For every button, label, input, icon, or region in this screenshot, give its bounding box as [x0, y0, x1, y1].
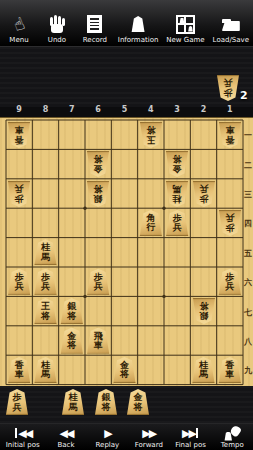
toolbar-button-label: Load/Save: [213, 36, 249, 44]
shogi-piece-桂馬[interactable]: 桂馬: [61, 389, 85, 415]
file-label: 2: [194, 105, 214, 114]
bottom-toolbar: ◀◀Initial pos◀◀Back▶Replay▶▶Forward▶▶Fin…: [0, 423, 253, 450]
toolbar-button-label: Information: [118, 36, 159, 44]
information-button[interactable]: Information: [118, 13, 159, 44]
shogi-app: ☝MenuUndoRecordInformationNew GameLoad/S…: [0, 0, 253, 450]
shogi-piece-金将[interactable]: 金将: [126, 389, 150, 415]
record-button[interactable]: Record: [80, 13, 110, 44]
toolbar-button-label: Back: [58, 441, 75, 449]
file-label: 1: [220, 105, 240, 114]
file-label: 5: [115, 105, 135, 114]
initial-pos-button[interactable]: ◀◀Initial pos: [6, 426, 40, 449]
file-label: 4: [141, 105, 161, 114]
toolbar-button-label: Menu: [9, 36, 28, 44]
rank-label: 九: [243, 365, 253, 376]
rewind-icon: ◀◀: [60, 426, 73, 440]
file-coordinates: 987654321: [0, 105, 253, 117]
rank-label: 二: [243, 160, 253, 171]
replay-button[interactable]: ▶Replay: [92, 426, 122, 449]
rank-label: 五: [243, 248, 253, 259]
top-toolbar: ☝MenuUndoRecordInformationNew GameLoad/S…: [0, 0, 253, 47]
tempo-hand-icon: [224, 426, 240, 440]
captured-count: 2: [240, 89, 248, 102]
file-label: 3: [167, 105, 187, 114]
undo-icon: [49, 13, 65, 35]
toolbar-button-label: Record: [83, 36, 107, 44]
record-icon: [87, 13, 102, 35]
fast-forward-icon: ▶▶: [142, 426, 155, 440]
back-button[interactable]: ◀◀Back: [51, 426, 81, 449]
new-game-icon: [176, 13, 195, 35]
toolbar-button-label: Undo: [48, 36, 66, 44]
toolbar-button-label: Final pos: [175, 441, 206, 449]
rank-label: 三: [243, 189, 253, 200]
shogi-piece-銀将[interactable]: 銀将: [94, 389, 118, 415]
file-label: 8: [36, 105, 56, 114]
final-pos-button[interactable]: ▶▶Final pos: [175, 426, 206, 449]
file-label: 7: [62, 105, 82, 114]
rank-label: 六: [243, 277, 253, 288]
menu-button[interactable]: ☝Menu: [4, 13, 34, 44]
rank-label: 四: [243, 218, 253, 229]
menu-icon: ☝: [14, 13, 24, 35]
forward-button[interactable]: ▶▶Forward: [134, 426, 164, 449]
skip-to-start-icon: ◀◀: [14, 426, 31, 440]
shogi-board[interactable]: 一二三四五六七八九香車玉将香車金将金将歩兵銀将桂馬歩兵歩兵銀将角行歩兵桂馬歩兵歩…: [0, 117, 253, 387]
undo-button[interactable]: Undo: [42, 13, 72, 44]
shogi-piece-歩兵[interactable]: 歩兵: [216, 75, 240, 101]
load-save-button[interactable]: Load/Save: [213, 13, 249, 44]
toolbar-button-label: Forward: [135, 441, 163, 449]
rank-label: 七: [243, 307, 253, 318]
file-label: 6: [88, 105, 108, 114]
tempo-button[interactable]: Tempo: [217, 426, 247, 449]
toolbar-button-label: Tempo: [221, 441, 244, 449]
gote-captured-tray: 歩兵2: [0, 47, 253, 107]
file-label: 9: [9, 105, 29, 114]
skip-to-end-icon: ▶▶: [182, 426, 199, 440]
rank-label: 八: [243, 336, 253, 347]
rank-label: 一: [243, 130, 253, 141]
shogi-piece-歩兵[interactable]: 歩兵: [5, 389, 29, 415]
information-icon: [131, 13, 145, 35]
new-game-button[interactable]: New Game: [166, 13, 204, 44]
toolbar-button-label: New Game: [166, 36, 204, 44]
sente-captured-tray: 歩兵桂馬銀将金将: [0, 386, 253, 423]
toolbar-button-label: Replay: [96, 441, 120, 449]
load-save-icon: [222, 13, 240, 35]
toolbar-button-label: Initial pos: [6, 441, 40, 449]
play-icon: ▶: [104, 426, 110, 440]
